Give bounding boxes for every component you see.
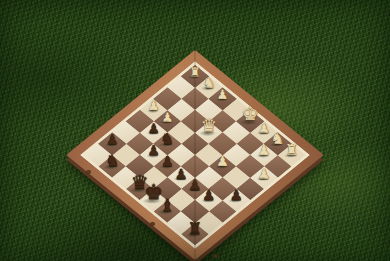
- hinge-dot: [86, 170, 91, 174]
- chess-board: [66, 50, 323, 260]
- board-border: [80, 61, 309, 248]
- hinge-dot: [213, 254, 218, 258]
- board-grid: [85, 65, 306, 245]
- outdoor-chess-photo: ♜♞♟♟♚♟♟♛♟♞♞♟♜♟♟♟♟♞♟♟♟♛♟♟♚♝♜: [0, 0, 390, 261]
- hinge-dot: [150, 222, 155, 226]
